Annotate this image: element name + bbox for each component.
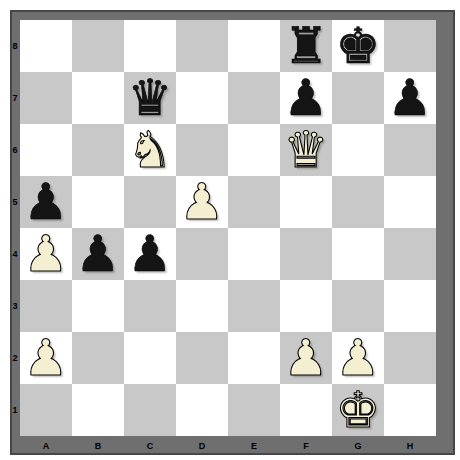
square-f4[interactable] xyxy=(280,228,332,280)
square-e2[interactable] xyxy=(228,332,280,384)
piece-black-queen[interactable]: ♛ xyxy=(128,72,173,124)
square-h4[interactable] xyxy=(384,228,436,280)
piece-white-pawn[interactable]: ♟ xyxy=(24,228,69,280)
square-g3[interactable] xyxy=(332,280,384,332)
square-c4[interactable]: ♟ xyxy=(124,228,176,280)
piece-white-pawn[interactable]: ♟ xyxy=(24,332,69,384)
square-a8[interactable] xyxy=(20,20,72,72)
square-d6[interactable] xyxy=(176,124,228,176)
square-g5[interactable] xyxy=(332,176,384,228)
square-b1[interactable] xyxy=(72,384,124,436)
square-h5[interactable] xyxy=(384,176,436,228)
square-b4[interactable]: ♟ xyxy=(72,228,124,280)
rank-label-7: 7 xyxy=(10,72,20,124)
square-f2[interactable]: ♟ xyxy=(280,332,332,384)
square-e5[interactable] xyxy=(228,176,280,228)
square-b8[interactable] xyxy=(72,20,124,72)
file-label-d: D xyxy=(176,437,228,455)
square-h3[interactable] xyxy=(384,280,436,332)
square-h2[interactable] xyxy=(384,332,436,384)
square-f7[interactable]: ♟ xyxy=(280,72,332,124)
square-e1[interactable] xyxy=(228,384,280,436)
square-g8[interactable]: ♚ xyxy=(332,20,384,72)
square-g4[interactable] xyxy=(332,228,384,280)
square-b2[interactable] xyxy=(72,332,124,384)
chess-board-page: ♜♚♛♟♟♞♛♟♟♟♟♟♟♟♟♚ 87654321ABCDEFGH xyxy=(0,0,460,460)
square-c2[interactable] xyxy=(124,332,176,384)
square-g6[interactable] xyxy=(332,124,384,176)
square-e8[interactable] xyxy=(228,20,280,72)
file-label-a: A xyxy=(20,437,72,455)
square-e3[interactable] xyxy=(228,280,280,332)
piece-black-king[interactable]: ♚ xyxy=(336,20,381,72)
square-a7[interactable] xyxy=(20,72,72,124)
square-c6[interactable]: ♞ xyxy=(124,124,176,176)
square-e4[interactable] xyxy=(228,228,280,280)
file-label-c: C xyxy=(124,437,176,455)
square-a5[interactable]: ♟ xyxy=(20,176,72,228)
square-g7[interactable] xyxy=(332,72,384,124)
rank-label-5: 5 xyxy=(10,176,20,228)
square-b7[interactable] xyxy=(72,72,124,124)
piece-black-pawn[interactable]: ♟ xyxy=(388,72,433,124)
piece-black-rook[interactable]: ♜ xyxy=(284,20,329,72)
square-a4[interactable]: ♟ xyxy=(20,228,72,280)
square-d8[interactable] xyxy=(176,20,228,72)
rank-label-1: 1 xyxy=(10,384,20,436)
square-a6[interactable] xyxy=(20,124,72,176)
square-b3[interactable] xyxy=(72,280,124,332)
square-h6[interactable] xyxy=(384,124,436,176)
square-g2[interactable]: ♟ xyxy=(332,332,384,384)
square-c8[interactable] xyxy=(124,20,176,72)
square-c3[interactable] xyxy=(124,280,176,332)
square-h8[interactable] xyxy=(384,20,436,72)
square-g1[interactable]: ♚ xyxy=(332,384,384,436)
file-label-g: G xyxy=(332,437,384,455)
square-c5[interactable] xyxy=(124,176,176,228)
chess-board: ♜♚♛♟♟♞♛♟♟♟♟♟♟♟♟♚ xyxy=(20,20,436,436)
square-a1[interactable] xyxy=(20,384,72,436)
square-e6[interactable] xyxy=(228,124,280,176)
square-f6[interactable]: ♛ xyxy=(280,124,332,176)
piece-black-pawn[interactable]: ♟ xyxy=(76,228,121,280)
file-label-h: H xyxy=(384,437,436,455)
square-d1[interactable] xyxy=(176,384,228,436)
square-d2[interactable] xyxy=(176,332,228,384)
square-c1[interactable] xyxy=(124,384,176,436)
rank-label-6: 6 xyxy=(10,124,20,176)
square-d5[interactable]: ♟ xyxy=(176,176,228,228)
piece-white-knight[interactable]: ♞ xyxy=(128,124,173,176)
piece-white-pawn[interactable]: ♟ xyxy=(284,332,329,384)
rank-label-2: 2 xyxy=(10,332,20,384)
square-f1[interactable] xyxy=(280,384,332,436)
square-c7[interactable]: ♛ xyxy=(124,72,176,124)
piece-white-pawn[interactable]: ♟ xyxy=(180,176,225,228)
square-d7[interactable] xyxy=(176,72,228,124)
rank-label-8: 8 xyxy=(10,20,20,72)
piece-black-pawn[interactable]: ♟ xyxy=(128,228,173,280)
file-label-e: E xyxy=(228,437,280,455)
piece-white-queen[interactable]: ♛ xyxy=(284,124,329,176)
rank-label-3: 3 xyxy=(10,280,20,332)
square-d3[interactable] xyxy=(176,280,228,332)
square-h7[interactable]: ♟ xyxy=(384,72,436,124)
piece-black-pawn[interactable]: ♟ xyxy=(284,72,329,124)
square-f8[interactable]: ♜ xyxy=(280,20,332,72)
square-h1[interactable] xyxy=(384,384,436,436)
square-b6[interactable] xyxy=(72,124,124,176)
piece-black-pawn[interactable]: ♟ xyxy=(24,176,69,228)
square-a2[interactable]: ♟ xyxy=(20,332,72,384)
square-d4[interactable] xyxy=(176,228,228,280)
square-e7[interactable] xyxy=(228,72,280,124)
piece-white-king[interactable]: ♚ xyxy=(336,384,381,436)
square-f3[interactable] xyxy=(280,280,332,332)
square-b5[interactable] xyxy=(72,176,124,228)
file-label-b: B xyxy=(72,437,124,455)
rank-label-4: 4 xyxy=(10,228,20,280)
piece-white-pawn[interactable]: ♟ xyxy=(336,332,381,384)
square-f5[interactable] xyxy=(280,176,332,228)
square-a3[interactable] xyxy=(20,280,72,332)
file-label-f: F xyxy=(280,437,332,455)
